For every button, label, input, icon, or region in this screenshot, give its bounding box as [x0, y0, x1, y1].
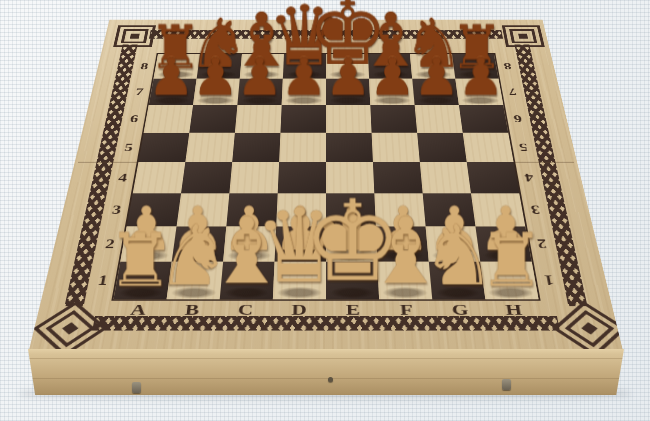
file-label-a: A — [129, 302, 147, 318]
piece-black-pawn-h7[interactable]: ♟ — [458, 52, 505, 104]
square-h1[interactable]: ♜ — [480, 262, 538, 300]
piece-black-pawn-g7[interactable]: ♟ — [413, 52, 460, 104]
square-b4[interactable] — [181, 162, 232, 193]
square-a6[interactable] — [144, 105, 193, 133]
piece-black-pawn-c7[interactable]: ♟ — [236, 52, 283, 104]
square-g1[interactable]: ♞ — [429, 262, 486, 300]
square-e7[interactable]: ♟ — [326, 79, 370, 105]
board-grid: ♜♞♝♛♚♝♞♜♟♟♟♟♟♟♟♟♟♟♟♟♟♟♟♟♜♞♝♛♚♝♞♜ — [111, 53, 540, 301]
square-b7[interactable]: ♟ — [193, 79, 240, 105]
box-front-edge — [28, 348, 624, 398]
piece-black-pawn-e7[interactable]: ♟ — [325, 52, 372, 104]
square-f6[interactable] — [370, 105, 417, 133]
corner-motif-bottom-left — [33, 301, 107, 350]
square-a4[interactable] — [133, 162, 186, 193]
file-label-b: B — [184, 302, 200, 318]
piece-black-pawn-f7[interactable]: ♟ — [369, 52, 416, 104]
hinge-left — [132, 382, 141, 393]
braid-border-bottom — [92, 316, 560, 330]
square-g7[interactable]: ♟ — [412, 79, 459, 105]
rank-label-right-7: 7 — [508, 87, 518, 96]
rank-label-right-4: 4 — [524, 172, 535, 183]
photo-scene: ABCDEFGH8765432187654321 ♜♞♝♛♚♝♞♜♟♟♟♟♟♟♟… — [0, 0, 650, 421]
square-h4[interactable] — [467, 162, 520, 193]
chess-board[interactable]: ABCDEFGH8765432187654321 ♜♞♝♛♚♝♞♜♟♟♟♟♟♟♟… — [29, 20, 623, 350]
square-a7[interactable]: ♟ — [149, 79, 197, 105]
rank-label-right-1: 1 — [543, 274, 555, 287]
corner-motif-top-right — [502, 25, 545, 47]
clasp-screw — [328, 377, 333, 382]
square-h6[interactable] — [459, 105, 508, 133]
piece-black-pawn-a7[interactable]: ♟ — [148, 52, 195, 104]
square-f7[interactable]: ♟ — [369, 79, 415, 105]
rank-label-right-6: 6 — [513, 114, 523, 124]
file-label-f: F — [399, 302, 413, 318]
square-d6[interactable] — [280, 105, 326, 133]
piece-black-pawn-d7[interactable]: ♟ — [280, 52, 327, 104]
corner-motif-top-left — [113, 25, 156, 47]
square-c6[interactable] — [235, 105, 282, 133]
square-e6[interactable] — [326, 105, 372, 133]
braid-border-top — [149, 30, 503, 38]
file-label-e: E — [346, 302, 360, 318]
hinge-right — [502, 379, 511, 390]
rank-label-right-8: 8 — [503, 62, 512, 71]
rank-label-left-5: 5 — [124, 142, 134, 152]
file-label-g: G — [451, 302, 469, 318]
square-b6[interactable] — [189, 105, 237, 133]
piece-white-rook-h1[interactable]: ♜ — [479, 223, 545, 297]
square-h7[interactable]: ♟ — [455, 79, 503, 105]
file-label-c: C — [237, 302, 253, 318]
piece-black-pawn-b7[interactable]: ♟ — [192, 52, 239, 104]
file-label-d: D — [291, 302, 307, 318]
rank-label-left-4: 4 — [117, 172, 128, 183]
rank-label-left-7: 7 — [135, 87, 145, 96]
rank-label-left-6: 6 — [129, 114, 139, 124]
file-label-h: H — [504, 302, 523, 318]
square-g6[interactable] — [415, 105, 463, 133]
corner-motif-bottom-right — [552, 301, 623, 350]
wood-grain-line — [28, 358, 624, 359]
square-c7[interactable]: ♟ — [237, 79, 283, 105]
square-d7[interactable]: ♟ — [282, 79, 326, 105]
wood-grain-line — [28, 378, 624, 379]
square-g4[interactable] — [420, 162, 471, 193]
rank-label-right-5: 5 — [518, 142, 528, 152]
